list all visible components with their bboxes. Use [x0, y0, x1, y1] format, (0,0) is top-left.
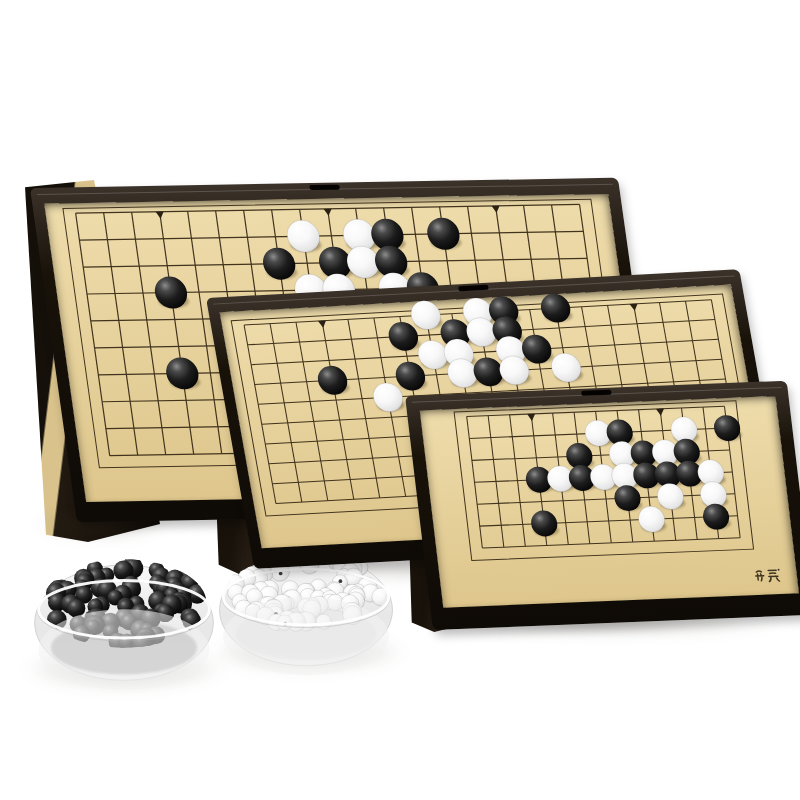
board-frame — [405, 381, 800, 630]
go-board-small — [405, 381, 800, 630]
hinge-star-notch — [527, 414, 536, 421]
hinge-star-notch — [656, 409, 665, 416]
hinge-star-notch — [318, 321, 327, 328]
hinge-star-notch — [324, 209, 333, 216]
hinge-star-notch — [630, 304, 639, 311]
board-grid-svg — [420, 396, 799, 608]
stone-white — [285, 220, 321, 252]
board-face — [420, 396, 799, 608]
bowl-svg — [28, 540, 220, 690]
brand-mark — [754, 568, 782, 583]
stone-bowl-black — [28, 540, 220, 690]
product-photo-scene — [0, 0, 800, 800]
stone-white — [656, 483, 685, 510]
hinge-star-notch — [492, 206, 501, 213]
stones-layer — [519, 415, 753, 537]
hinge-star-notch — [156, 212, 165, 219]
stone-white — [637, 506, 666, 533]
